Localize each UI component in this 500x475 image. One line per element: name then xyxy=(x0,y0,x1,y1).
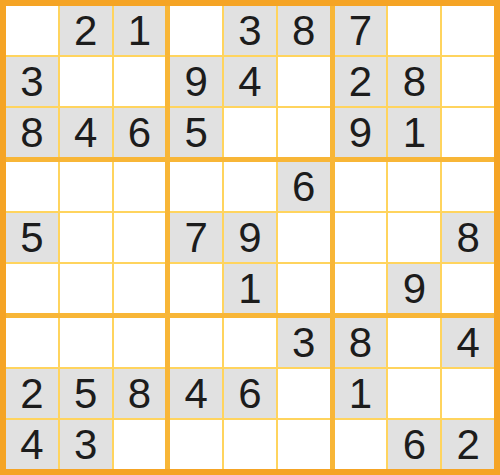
cell-r6c5[interactable]: 1 xyxy=(224,264,276,313)
cell-r4c2[interactable] xyxy=(60,162,112,211)
cell-r1c1[interactable] xyxy=(6,6,58,55)
cell-r8c4[interactable]: 4 xyxy=(170,369,222,418)
cell-r9c7[interactable] xyxy=(335,420,387,469)
cell-r3c8[interactable]: 1 xyxy=(388,108,440,157)
box-r3c1: 25843 xyxy=(6,318,165,469)
cell-r8c6[interactable] xyxy=(278,369,330,418)
cell-r2c7[interactable]: 2 xyxy=(335,57,387,106)
cell-r7c8[interactable] xyxy=(388,318,440,367)
cell-r9c1[interactable]: 4 xyxy=(6,420,58,469)
cell-r3c1[interactable]: 8 xyxy=(6,108,58,157)
cell-r2c8[interactable]: 8 xyxy=(388,57,440,106)
cell-r8c1[interactable]: 2 xyxy=(6,369,58,418)
cell-r6c1[interactable] xyxy=(6,264,58,313)
box-r1c1: 213846 xyxy=(6,6,165,157)
cell-r8c7[interactable]: 1 xyxy=(335,369,387,418)
cell-r1c4[interactable] xyxy=(170,6,222,55)
cell-r2c5[interactable]: 4 xyxy=(224,57,276,106)
cell-r6c9[interactable] xyxy=(442,264,494,313)
cell-r7c5[interactable] xyxy=(224,318,276,367)
cell-r7c9[interactable]: 4 xyxy=(442,318,494,367)
cell-r4c3[interactable] xyxy=(114,162,166,211)
cell-r1c2[interactable]: 2 xyxy=(60,6,112,55)
cell-r9c2[interactable]: 3 xyxy=(60,420,112,469)
cell-r6c7[interactable] xyxy=(335,264,387,313)
cell-r6c2[interactable] xyxy=(60,264,112,313)
box-r3c2: 346 xyxy=(170,318,329,469)
cell-r3c3[interactable]: 6 xyxy=(114,108,166,157)
cell-r3c9[interactable] xyxy=(442,108,494,157)
cell-r3c7[interactable]: 9 xyxy=(335,108,387,157)
cell-r2c6[interactable] xyxy=(278,57,330,106)
cell-r5c8[interactable] xyxy=(388,213,440,262)
cell-r9c3[interactable] xyxy=(114,420,166,469)
cell-r2c3[interactable] xyxy=(114,57,166,106)
cell-r1c3[interactable]: 1 xyxy=(114,6,166,55)
cell-r4c7[interactable] xyxy=(335,162,387,211)
cell-r7c1[interactable] xyxy=(6,318,58,367)
box-r1c2: 38945 xyxy=(170,6,329,157)
cell-r2c9[interactable] xyxy=(442,57,494,106)
cell-r4c8[interactable] xyxy=(388,162,440,211)
cell-r4c1[interactable] xyxy=(6,162,58,211)
cell-r3c5[interactable] xyxy=(224,108,276,157)
cell-r6c8[interactable]: 9 xyxy=(388,264,440,313)
cell-r2c4[interactable]: 9 xyxy=(170,57,222,106)
cell-r1c8[interactable] xyxy=(388,6,440,55)
box-r2c3: 89 xyxy=(335,162,494,313)
cell-r4c4[interactable] xyxy=(170,162,222,211)
cell-r5c1[interactable]: 5 xyxy=(6,213,58,262)
cell-r5c2[interactable] xyxy=(60,213,112,262)
cell-r6c6[interactable] xyxy=(278,264,330,313)
cell-r7c6[interactable]: 3 xyxy=(278,318,330,367)
cell-r1c5[interactable]: 3 xyxy=(224,6,276,55)
cell-r5c6[interactable] xyxy=(278,213,330,262)
cell-r7c3[interactable] xyxy=(114,318,166,367)
cell-r3c2[interactable]: 4 xyxy=(60,108,112,157)
cell-r9c5[interactable] xyxy=(224,420,276,469)
cell-r5c3[interactable] xyxy=(114,213,166,262)
cell-r7c7[interactable]: 8 xyxy=(335,318,387,367)
cell-r5c4[interactable]: 7 xyxy=(170,213,222,262)
cell-r7c4[interactable] xyxy=(170,318,222,367)
cell-r9c4[interactable] xyxy=(170,420,222,469)
cell-r8c8[interactable] xyxy=(388,369,440,418)
cell-r8c2[interactable]: 5 xyxy=(60,369,112,418)
cell-r9c8[interactable]: 6 xyxy=(388,420,440,469)
cell-r5c5[interactable]: 9 xyxy=(224,213,276,262)
cell-r8c9[interactable] xyxy=(442,369,494,418)
cell-r1c9[interactable] xyxy=(442,6,494,55)
cell-r7c2[interactable] xyxy=(60,318,112,367)
cell-r4c6[interactable]: 6 xyxy=(278,162,330,211)
sudoku-board: 213846389457289156791892584334684162 xyxy=(0,0,500,475)
cell-r9c9[interactable]: 2 xyxy=(442,420,494,469)
cell-r5c7[interactable] xyxy=(335,213,387,262)
cell-r4c9[interactable] xyxy=(442,162,494,211)
box-r2c2: 6791 xyxy=(170,162,329,313)
cell-r3c4[interactable]: 5 xyxy=(170,108,222,157)
cell-r2c1[interactable]: 3 xyxy=(6,57,58,106)
box-r2c1: 5 xyxy=(6,162,165,313)
cell-r1c7[interactable]: 7 xyxy=(335,6,387,55)
cell-r4c5[interactable] xyxy=(224,162,276,211)
box-r1c3: 72891 xyxy=(335,6,494,157)
cell-r6c3[interactable] xyxy=(114,264,166,313)
cell-r5c9[interactable]: 8 xyxy=(442,213,494,262)
cell-r2c2[interactable] xyxy=(60,57,112,106)
cell-r9c6[interactable] xyxy=(278,420,330,469)
cell-r8c3[interactable]: 8 xyxy=(114,369,166,418)
cell-r1c6[interactable]: 8 xyxy=(278,6,330,55)
cell-r6c4[interactable] xyxy=(170,264,222,313)
cell-r3c6[interactable] xyxy=(278,108,330,157)
box-r3c3: 84162 xyxy=(335,318,494,469)
cell-r8c5[interactable]: 6 xyxy=(224,369,276,418)
